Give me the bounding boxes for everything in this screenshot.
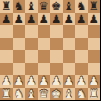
piece-black-pawn[interactable]: ♟ <box>51 13 61 25</box>
square-c3[interactable] <box>25 63 38 76</box>
square-a4[interactable] <box>0 50 13 63</box>
piece-black-pawn[interactable]: ♟ <box>76 13 86 25</box>
piece-white-pawn[interactable]: ♟ <box>51 75 61 87</box>
square-c4[interactable] <box>25 50 38 63</box>
square-d3[interactable] <box>38 63 51 76</box>
piece-white-bishop[interactable]: ♝ <box>26 88 36 100</box>
square-g4[interactable] <box>75 50 88 63</box>
piece-white-bishop[interactable]: ♝ <box>64 88 74 100</box>
piece-white-knight[interactable]: ♞ <box>14 88 24 100</box>
square-b4[interactable] <box>13 50 26 63</box>
square-h6[interactable] <box>88 25 101 38</box>
square-h2[interactable]: ♟ <box>88 75 101 88</box>
piece-black-bishop[interactable]: ♝ <box>26 0 36 12</box>
piece-black-rook[interactable]: ♜ <box>1 0 11 12</box>
square-g2[interactable]: ♟ <box>75 75 88 88</box>
square-g1[interactable]: ♞ <box>75 88 88 101</box>
square-e2[interactable]: ♟ <box>50 75 63 88</box>
piece-black-knight[interactable]: ♞ <box>76 0 86 12</box>
piece-black-rook[interactable]: ♜ <box>89 0 99 12</box>
piece-white-king[interactable]: ♚ <box>51 88 61 100</box>
piece-black-queen[interactable]: ♛ <box>39 0 49 12</box>
square-b1[interactable]: ♞ <box>13 88 26 101</box>
square-b6[interactable] <box>13 25 26 38</box>
square-d6[interactable] <box>38 25 51 38</box>
square-e6[interactable] <box>50 25 63 38</box>
square-g5[interactable] <box>75 38 88 51</box>
square-f7[interactable]: ♟ <box>63 13 76 26</box>
square-e4[interactable] <box>50 50 63 63</box>
square-g3[interactable] <box>75 63 88 76</box>
square-b3[interactable] <box>13 63 26 76</box>
square-a5[interactable] <box>0 38 13 51</box>
square-f2[interactable]: ♟ <box>63 75 76 88</box>
square-c6[interactable] <box>25 25 38 38</box>
square-d7[interactable]: ♟ <box>38 13 51 26</box>
piece-white-pawn[interactable]: ♟ <box>64 75 74 87</box>
piece-white-pawn[interactable]: ♟ <box>76 75 86 87</box>
square-f1[interactable]: ♝ <box>63 88 76 101</box>
square-d5[interactable] <box>38 38 51 51</box>
square-b5[interactable] <box>13 38 26 51</box>
piece-white-pawn[interactable]: ♟ <box>1 75 11 87</box>
piece-white-pawn[interactable]: ♟ <box>26 75 36 87</box>
square-g6[interactable] <box>75 25 88 38</box>
square-b8[interactable]: ♞ <box>13 0 26 13</box>
square-h8[interactable]: ♜ <box>88 0 101 13</box>
piece-black-pawn[interactable]: ♟ <box>26 13 36 25</box>
square-c2[interactable]: ♟ <box>25 75 38 88</box>
square-h3[interactable] <box>88 63 101 76</box>
square-h1[interactable]: ♜ <box>88 88 101 101</box>
piece-white-pawn[interactable]: ♟ <box>14 75 24 87</box>
square-c8[interactable]: ♝ <box>25 0 38 13</box>
square-f8[interactable]: ♝ <box>63 0 76 13</box>
square-f3[interactable] <box>63 63 76 76</box>
piece-white-rook[interactable]: ♜ <box>89 88 99 100</box>
square-b2[interactable]: ♟ <box>13 75 26 88</box>
square-a1[interactable]: ♜ <box>0 88 13 101</box>
square-e1[interactable]: ♚ <box>50 88 63 101</box>
square-f4[interactable] <box>63 50 76 63</box>
square-g8[interactable]: ♞ <box>75 0 88 13</box>
piece-black-knight[interactable]: ♞ <box>14 0 24 12</box>
piece-black-pawn[interactable]: ♟ <box>64 13 74 25</box>
square-d1[interactable]: ♛ <box>38 88 51 101</box>
square-e8[interactable]: ♚ <box>50 0 63 13</box>
square-a8[interactable]: ♜ <box>0 0 13 13</box>
piece-black-pawn[interactable]: ♟ <box>39 13 49 25</box>
square-d2[interactable]: ♟ <box>38 75 51 88</box>
piece-white-pawn[interactable]: ♟ <box>39 75 49 87</box>
square-c7[interactable]: ♟ <box>25 13 38 26</box>
square-a3[interactable] <box>0 63 13 76</box>
square-d4[interactable] <box>38 50 51 63</box>
square-b7[interactable]: ♟ <box>13 13 26 26</box>
piece-white-rook[interactable]: ♜ <box>1 88 11 100</box>
square-e3[interactable] <box>50 63 63 76</box>
square-f6[interactable] <box>63 25 76 38</box>
square-f5[interactable] <box>63 38 76 51</box>
piece-black-pawn[interactable]: ♟ <box>89 13 99 25</box>
square-g7[interactable]: ♟ <box>75 13 88 26</box>
square-d8[interactable]: ♛ <box>38 0 51 13</box>
square-h5[interactable] <box>88 38 101 51</box>
square-e5[interactable] <box>50 38 63 51</box>
square-a2[interactable]: ♟ <box>0 75 13 88</box>
square-e7[interactable]: ♟ <box>50 13 63 26</box>
piece-black-pawn[interactable]: ♟ <box>14 13 24 25</box>
square-h4[interactable] <box>88 50 101 63</box>
piece-white-knight[interactable]: ♞ <box>76 88 86 100</box>
square-a6[interactable] <box>0 25 13 38</box>
square-c5[interactable] <box>25 38 38 51</box>
chess-board: ♜♞♝♛♚♝♞♜♟♟♟♟♟♟♟♟♟♟♟♟♟♟♟♟♜♞♝♛♚♝♞♜ <box>0 0 100 100</box>
square-a7[interactable]: ♟ <box>0 13 13 26</box>
piece-black-pawn[interactable]: ♟ <box>1 13 11 25</box>
square-h7[interactable]: ♟ <box>88 13 101 26</box>
square-c1[interactable]: ♝ <box>25 88 38 101</box>
piece-white-queen[interactable]: ♛ <box>39 88 49 100</box>
piece-black-king[interactable]: ♚ <box>51 0 61 12</box>
piece-black-bishop[interactable]: ♝ <box>64 0 74 12</box>
piece-white-pawn[interactable]: ♟ <box>89 75 99 87</box>
